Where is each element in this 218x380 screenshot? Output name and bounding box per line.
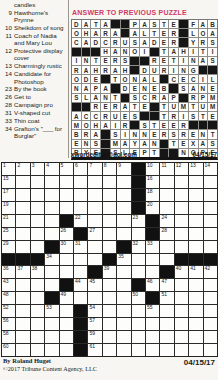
puzzle-cell[interactable] <box>189 176 202 188</box>
puzzle-cell[interactable]: 47 <box>160 279 173 291</box>
puzzle-cell[interactable] <box>160 202 173 214</box>
answer-cell: T <box>160 20 169 28</box>
puzzle-cell[interactable] <box>31 318 44 330</box>
crossword-newspaper-page: candles9Hawthorne's Prynne10Sheikdom of … <box>0 0 218 380</box>
clue-text: Hawthorne's Prynne <box>14 9 68 24</box>
answer-cell: R <box>160 130 169 138</box>
puzzle-cell[interactable] <box>103 176 116 188</box>
puzzle-cell[interactable]: 50 <box>132 292 145 304</box>
puzzle-cell[interactable] <box>132 254 145 266</box>
puzzle-cell[interactable] <box>16 344 29 356</box>
puzzle-cell[interactable]: 18 <box>146 189 159 201</box>
puzzle-cell[interactable] <box>175 215 188 227</box>
cell-number: 22 <box>75 215 81 221</box>
answer-cell: O <box>130 48 139 56</box>
answer-cell: E <box>160 121 169 129</box>
puzzle-cell[interactable] <box>60 254 73 266</box>
puzzle-cell[interactable] <box>160 254 173 266</box>
answer-cell: N <box>130 130 139 138</box>
puzzle-cell[interactable]: 61 <box>88 344 101 356</box>
answer-cell: M <box>208 94 217 102</box>
puzzle-cell[interactable]: 15 <box>2 176 15 188</box>
puzzle-cell[interactable] <box>204 305 217 317</box>
answer-cell-black <box>150 112 159 120</box>
clue-text: Candidate for Photoshop <box>14 70 68 85</box>
puzzle-cell[interactable] <box>146 331 159 343</box>
answer-cell-black <box>179 94 188 102</box>
answer-cell-black <box>130 121 139 129</box>
puzzle-cell[interactable] <box>204 228 217 240</box>
puzzle-cell[interactable] <box>132 344 145 356</box>
puzzle-cell[interactable] <box>189 318 202 330</box>
puzzle-cell[interactable] <box>16 202 29 214</box>
puzzle-cell[interactable] <box>60 331 73 343</box>
puzzle-cell[interactable] <box>175 176 188 188</box>
puzzle-cell[interactable] <box>103 292 116 304</box>
clue-number: 12 <box>2 47 14 62</box>
answer-cell: E <box>160 57 169 65</box>
cell-number: 51 <box>161 292 167 298</box>
puzzle-cell[interactable]: 1 <box>2 163 15 175</box>
puzzle-cell[interactable] <box>103 228 116 240</box>
clue-number <box>2 1 14 8</box>
puzzle-cell[interactable]: 49 <box>60 292 73 304</box>
puzzle-cell[interactable] <box>31 176 44 188</box>
cell-number: 57 <box>89 318 95 324</box>
puzzle-cell[interactable]: 13 <box>189 163 202 175</box>
puzzle-cell[interactable] <box>132 318 145 330</box>
puzzle-cell[interactable] <box>189 344 202 356</box>
answer-cell: T <box>91 57 100 65</box>
puzzle-cell[interactable] <box>117 266 130 278</box>
cell-number: 46 <box>147 279 153 285</box>
puzzle-cell[interactable] <box>132 331 145 343</box>
puzzle-cell[interactable] <box>74 292 87 304</box>
puzzle-cell[interactable] <box>132 228 145 240</box>
answer-cell: S <box>169 130 178 138</box>
puzzle-cell[interactable] <box>103 241 116 253</box>
answer-cell: A <box>111 66 120 74</box>
puzzle-cell[interactable] <box>175 228 188 240</box>
puzzle-cell[interactable]: 5 <box>60 163 73 175</box>
puzzle-cell[interactable] <box>45 266 58 278</box>
puzzle-cell[interactable] <box>132 266 145 278</box>
puzzle-cell-black <box>132 176 145 188</box>
cell-number: 37 <box>17 266 23 272</box>
puzzle-cell[interactable] <box>45 202 58 214</box>
puzzle-cell[interactable] <box>146 344 159 356</box>
puzzle-cell[interactable] <box>16 331 29 343</box>
puzzle-cell[interactable] <box>16 189 29 201</box>
puzzle-cell[interactable] <box>204 241 217 253</box>
puzzle-cell[interactable] <box>117 305 130 317</box>
puzzle-cell[interactable] <box>16 176 29 188</box>
puzzle-cell[interactable]: 34 <box>45 254 58 266</box>
puzzle-cell[interactable] <box>88 254 101 266</box>
answer-cell: R <box>121 121 130 129</box>
puzzle-cell[interactable]: 2 <box>16 163 29 175</box>
puzzle-cell[interactable]: 44 <box>74 279 87 291</box>
puzzle-cell[interactable] <box>132 305 145 317</box>
clue-number: 26 <box>2 93 14 100</box>
puzzle-cell[interactable]: 14 <box>204 163 217 175</box>
puzzle-cell[interactable] <box>175 202 188 214</box>
answer-cell-black <box>101 75 110 83</box>
cell-number: 9 <box>118 163 121 169</box>
puzzle-cell[interactable] <box>117 228 130 240</box>
puzzle-cell[interactable]: 40 <box>175 266 188 278</box>
puzzle-cell[interactable]: 4 <box>45 163 58 175</box>
answer-cell: C <box>189 75 198 83</box>
answer-cell: D <box>150 38 159 46</box>
clue-item: 34Grafton's "___ for Burglar" <box>2 125 68 140</box>
puzzle-cell[interactable] <box>204 189 217 201</box>
puzzle-cell[interactable]: 27 <box>88 228 101 240</box>
answer-cell: Y <box>130 140 139 148</box>
puzzle-cell[interactable] <box>103 279 116 291</box>
puzzle-cell[interactable]: 56 <box>2 318 15 330</box>
puzzle-cell[interactable]: 30 <box>60 241 73 253</box>
puzzle-cell-black <box>103 254 116 266</box>
answer-cell: E <box>208 84 217 92</box>
credits-left: By Roland Huget ©2017 Tribune Content Ag… <box>3 357 97 372</box>
clue-text: Grafton's "___ for Burglar" <box>14 125 68 140</box>
puzzle-cell[interactable] <box>117 189 130 201</box>
puzzle-cell[interactable]: 20 <box>146 202 159 214</box>
puzzle-cell[interactable] <box>16 305 29 317</box>
answer-cell: A <box>121 140 130 148</box>
puzzle-cell[interactable] <box>204 292 217 304</box>
answer-cell: A <box>101 121 110 129</box>
puzzle-cell[interactable]: 28 <box>160 228 173 240</box>
puzzle-cell[interactable]: 22 <box>74 215 87 227</box>
puzzle-cell[interactable] <box>160 344 173 356</box>
puzzle-cell[interactable] <box>117 279 130 291</box>
cell-number: 36 <box>3 266 9 272</box>
clue-item: 28Campaign pro <box>2 101 68 108</box>
answer-cell: E <box>101 57 110 65</box>
puzzle-cell[interactable]: 46 <box>146 279 159 291</box>
puzzle-cell[interactable]: 10 <box>146 163 159 175</box>
puzzle-cell[interactable] <box>31 202 44 214</box>
answer-cell: T <box>199 112 208 120</box>
answer-cell: R <box>101 29 110 37</box>
puzzle-cell[interactable] <box>117 318 130 330</box>
answer-cell-black <box>140 57 149 65</box>
answer-cell-black <box>208 121 217 129</box>
puzzle-cell[interactable] <box>204 176 217 188</box>
puzzle-cell[interactable]: 11 <box>160 163 173 175</box>
puzzle-cell[interactable]: 52 <box>2 305 15 317</box>
puzzle-cell[interactable]: 16 <box>146 176 159 188</box>
puzzle-cell[interactable]: 24 <box>160 215 173 227</box>
puzzle-cell[interactable]: 29 <box>2 241 15 253</box>
puzzle-cell[interactable] <box>189 228 202 240</box>
puzzle-cell[interactable]: 6 <box>74 163 87 175</box>
puzzle-cell[interactable]: 42 <box>204 266 217 278</box>
puzzle-cell[interactable] <box>16 228 29 240</box>
clue-text: V-shaped cut <box>14 109 68 116</box>
answer-cell: I <box>72 57 81 65</box>
clue-item: 12Protective display cover <box>2 47 68 62</box>
puzzle-cell[interactable] <box>74 266 87 278</box>
puzzle-cell[interactable] <box>60 305 73 317</box>
puzzle-cell[interactable]: 58 <box>2 331 15 343</box>
puzzle-cell[interactable] <box>189 189 202 201</box>
clue-number: 34 <box>2 125 14 140</box>
puzzle-cell[interactable] <box>204 318 217 330</box>
puzzle-cell[interactable] <box>16 241 29 253</box>
answer-cell: P <box>130 20 139 28</box>
answer-cell: A <box>189 84 198 92</box>
answer-cell: T <box>160 112 169 120</box>
puzzle-cell[interactable]: 57 <box>88 318 101 330</box>
puzzle-cell[interactable] <box>31 228 44 240</box>
puzzle-cell[interactable] <box>103 344 116 356</box>
clue-item: 9Hawthorne's Prynne <box>2 9 68 24</box>
puzzle-cell[interactable] <box>60 318 73 330</box>
puzzle-cell[interactable] <box>74 176 87 188</box>
answer-cell: S <box>208 140 217 148</box>
puzzle-cell[interactable] <box>88 215 101 227</box>
answer-cell: N <box>82 140 91 148</box>
puzzle-cell[interactable] <box>189 305 202 317</box>
puzzle-cell[interactable] <box>189 241 202 253</box>
puzzle-cell[interactable] <box>175 292 188 304</box>
puzzle-cell[interactable] <box>189 292 202 304</box>
puzzle-cell[interactable] <box>175 279 188 291</box>
puzzle-cell[interactable] <box>31 344 44 356</box>
puzzle-cell[interactable] <box>31 215 44 227</box>
down-clues-list: candles9Hawthorne's Prynne10Sheikdom of … <box>2 1 68 140</box>
cell-number: 31 <box>75 241 81 247</box>
answer-cell-black <box>82 103 91 111</box>
puzzle-cell[interactable] <box>88 189 101 201</box>
answer-cell: U <box>121 38 130 46</box>
answer-cell: P <box>169 94 178 102</box>
editor-email: xwordeditor@aol.com <box>71 151 137 158</box>
puzzle-cell[interactable]: 23 <box>132 215 145 227</box>
answer-cell: H <box>82 29 91 37</box>
puzzle-cell[interactable] <box>16 318 29 330</box>
puzzle-cell[interactable] <box>204 344 217 356</box>
puzzle-cell[interactable]: 39 <box>103 266 116 278</box>
puzzle-cell[interactable] <box>160 241 173 253</box>
puzzle-cell[interactable] <box>74 189 87 201</box>
puzzle-cell[interactable]: 45 <box>88 279 101 291</box>
puzzle-cell-black <box>2 254 15 266</box>
puzzle-cell[interactable] <box>117 344 130 356</box>
puzzle-cell[interactable]: 48 <box>2 292 15 304</box>
puzzle-cell[interactable] <box>160 189 173 201</box>
puzzle-cell[interactable] <box>204 331 217 343</box>
answer-grid-date: 04/15/17 <box>192 151 217 158</box>
answer-cell: I <box>169 66 178 74</box>
answer-cell: C <box>82 112 91 120</box>
puzzle-cell[interactable] <box>88 241 101 253</box>
cell-number: 49 <box>61 292 67 298</box>
puzzle-cell[interactable] <box>31 279 44 291</box>
answer-cell: E <box>130 84 139 92</box>
puzzle-cell[interactable] <box>117 176 130 188</box>
puzzle-cell[interactable]: 8 <box>103 163 116 175</box>
puzzle-cell[interactable] <box>60 176 73 188</box>
puzzle-cell[interactable] <box>60 344 73 356</box>
puzzle-cell[interactable] <box>175 318 188 330</box>
answer-cell: D <box>82 75 91 83</box>
puzzle-cell[interactable] <box>45 318 58 330</box>
answer-cell-black <box>169 84 178 92</box>
puzzle-cell[interactable] <box>31 241 44 253</box>
puzzle-cell[interactable] <box>45 279 58 291</box>
puzzle-cell[interactable] <box>88 176 101 188</box>
puzzle-cell[interactable]: 7 <box>88 163 101 175</box>
answer-cell: E <box>91 75 100 83</box>
puzzle-cell[interactable]: 54 <box>88 305 101 317</box>
puzzle-cell[interactable] <box>103 331 116 343</box>
puzzle-cell[interactable]: 37 <box>16 266 29 278</box>
puzzle-cell[interactable] <box>175 344 188 356</box>
puzzle-cell[interactable] <box>103 189 116 201</box>
puzzle-cell[interactable] <box>45 215 58 227</box>
puzzle-cell[interactable]: 25 <box>2 228 15 240</box>
answer-cell: E <box>189 130 198 138</box>
puzzle-cell[interactable] <box>146 266 159 278</box>
puzzle-cell[interactable]: 21 <box>2 215 15 227</box>
puzzle-cell[interactable] <box>45 189 58 201</box>
answer-cell: N <box>72 84 81 92</box>
puzzle-cell[interactable]: 12 <box>175 163 188 175</box>
puzzle-cell[interactable] <box>189 202 202 214</box>
answer-cell: A <box>91 130 100 138</box>
puzzle-cell[interactable] <box>103 202 116 214</box>
answer-cell: R <box>111 103 120 111</box>
puzzle-cell[interactable]: 33 <box>146 241 159 253</box>
answer-cell-black <box>179 38 188 46</box>
puzzle-cell[interactable]: 32 <box>132 241 145 253</box>
puzzle-cell[interactable] <box>31 189 44 201</box>
answer-cell: D <box>140 66 149 74</box>
answer-cell: R <box>179 130 188 138</box>
cell-number: 48 <box>3 292 9 298</box>
answer-cell-black <box>150 48 159 56</box>
puzzle-cell[interactable] <box>31 305 44 317</box>
puzzle-cell[interactable]: 59 <box>88 331 101 343</box>
puzzle-cell[interactable]: 19 <box>2 202 15 214</box>
puzzle-cell[interactable] <box>204 215 217 227</box>
puzzle-cell[interactable]: 3 <box>31 163 44 175</box>
puzzle-cell[interactable] <box>31 331 44 343</box>
puzzle-cell[interactable] <box>16 292 29 304</box>
puzzle-cell[interactable] <box>117 215 130 227</box>
puzzle-cell[interactable]: 31 <box>74 241 87 253</box>
puzzle-cell[interactable] <box>60 189 73 201</box>
puzzle-cell[interactable] <box>16 279 29 291</box>
puzzle-cell[interactable] <box>160 305 173 317</box>
answer-cell: T <box>199 48 208 56</box>
puzzle-cell[interactable]: 36 <box>2 266 15 278</box>
puzzle-cell[interactable] <box>175 331 188 343</box>
puzzle-cell[interactable] <box>45 331 58 343</box>
puzzle-cell[interactable] <box>31 292 44 304</box>
puzzle-cell[interactable] <box>160 318 173 330</box>
answer-cell: U <box>169 103 178 111</box>
puzzle-cell[interactable] <box>160 331 173 343</box>
puzzle-cell[interactable] <box>60 266 73 278</box>
puzzle-cell[interactable] <box>204 279 217 291</box>
puzzle-cell-black <box>132 202 145 214</box>
puzzle-cell[interactable]: 60 <box>2 344 15 356</box>
answer-cell: T <box>111 75 120 83</box>
puzzle-cell[interactable]: 41 <box>189 266 202 278</box>
puzzle-cell[interactable] <box>45 344 58 356</box>
puzzle-cell[interactable] <box>189 215 202 227</box>
answer-cell: M <box>208 103 217 111</box>
puzzle-cell[interactable] <box>175 305 188 317</box>
cell-number: 53 <box>46 305 52 311</box>
puzzle-cell[interactable]: 38 <box>31 266 44 278</box>
puzzle-cell[interactable] <box>117 202 130 214</box>
puzzle-cell[interactable] <box>74 254 87 266</box>
puzzle-cell[interactable]: 9 <box>117 163 130 175</box>
answer-cell: C <box>101 38 110 46</box>
answer-cell-black <box>140 112 149 120</box>
puzzle-cell[interactable] <box>146 254 159 266</box>
puzzle-cell[interactable]: 55 <box>146 305 159 317</box>
puzzle-cell[interactable] <box>103 215 116 227</box>
puzzle-grid[interactable]: 1234567891011121314151617181920212223242… <box>1 162 218 357</box>
puzzle-cell[interactable] <box>189 279 202 291</box>
puzzle-cell[interactable] <box>117 331 130 343</box>
puzzle-cell[interactable]: 51 <box>160 292 173 304</box>
puzzle-cell[interactable]: 43 <box>2 279 15 291</box>
puzzle-cell[interactable] <box>103 305 116 317</box>
answer-cell: D <box>72 20 81 28</box>
answer-cell-black <box>150 103 159 111</box>
answer-cell: Y <box>189 38 198 46</box>
puzzle-cell[interactable] <box>117 292 130 304</box>
puzzle-cell[interactable] <box>189 331 202 343</box>
puzzle-cell[interactable] <box>88 202 101 214</box>
puzzle-cell[interactable] <box>45 176 58 188</box>
puzzle-cell[interactable] <box>74 202 87 214</box>
puzzle-cell[interactable]: 26 <box>60 228 73 240</box>
puzzle-cell[interactable]: 53 <box>45 305 58 317</box>
answer-cell: O <box>72 29 81 37</box>
cell-number: 26 <box>61 228 67 234</box>
puzzle-cell[interactable] <box>146 318 159 330</box>
cell-number: 21 <box>3 215 9 221</box>
answer-cell: H <box>179 48 188 56</box>
answer-cell: N <box>189 57 198 65</box>
puzzle-cell[interactable] <box>175 241 188 253</box>
clue-text: Thin coat <box>14 117 68 124</box>
answer-cell: E <box>179 75 188 83</box>
puzzle-cell[interactable] <box>16 215 29 227</box>
answer-cell: O <box>199 29 208 37</box>
puzzle-cell[interactable] <box>204 202 217 214</box>
answer-cell: A <box>208 29 217 37</box>
puzzle-cell[interactable] <box>160 176 173 188</box>
puzzle-cell[interactable] <box>45 228 58 240</box>
puzzle-cell[interactable] <box>88 292 101 304</box>
puzzle-cell[interactable] <box>60 202 73 214</box>
puzzle-cell[interactable] <box>103 318 116 330</box>
clue-item: 10Sheikdom of song <box>2 24 68 31</box>
puzzle-cell[interactable] <box>175 189 188 201</box>
puzzle-cell[interactable]: 17 <box>2 189 15 201</box>
puzzle-cell[interactable]: 35 <box>117 254 130 266</box>
